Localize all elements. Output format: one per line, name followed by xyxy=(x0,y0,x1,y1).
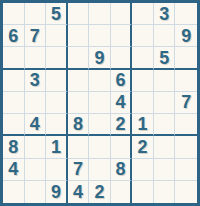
cell-r9c1[interactable] xyxy=(3,181,25,203)
cell-r3c6[interactable] xyxy=(111,47,133,69)
cell-r8c6[interactable]: 8 xyxy=(111,159,133,181)
cell-r5c6[interactable]: 4 xyxy=(111,92,133,114)
cell-r8c5[interactable] xyxy=(89,159,111,181)
cell-r1c7[interactable] xyxy=(132,3,154,25)
cell-r6c9[interactable] xyxy=(175,114,197,136)
cell-r2c6[interactable] xyxy=(111,25,133,47)
cell-r6c6[interactable]: 2 xyxy=(111,114,133,136)
cell-r2c2[interactable]: 7 xyxy=(25,25,47,47)
cell-r3c1[interactable] xyxy=(3,47,25,69)
cell-r3c5[interactable]: 9 xyxy=(89,47,111,69)
cell-r6c8[interactable] xyxy=(154,114,176,136)
cell-r4c2[interactable]: 3 xyxy=(25,70,47,92)
cell-r1c6[interactable] xyxy=(111,3,133,25)
cell-r8c3[interactable] xyxy=(46,159,68,181)
cell-r2c1[interactable]: 6 xyxy=(3,25,25,47)
cell-r4c3[interactable] xyxy=(46,70,68,92)
cell-r3c2[interactable] xyxy=(25,47,47,69)
cell-r9c3[interactable]: 9 xyxy=(46,181,68,203)
cell-r1c4[interactable] xyxy=(68,3,90,25)
cell-r8c1[interactable]: 4 xyxy=(3,159,25,181)
cell-r7c2[interactable] xyxy=(25,136,47,158)
cell-r9c4[interactable]: 4 xyxy=(68,181,90,203)
cell-r7c8[interactable] xyxy=(154,136,176,158)
cell-r5c4[interactable] xyxy=(68,92,90,114)
cell-r4c7[interactable] xyxy=(132,70,154,92)
cell-r9c9[interactable] xyxy=(175,181,197,203)
cell-r8c9[interactable] xyxy=(175,159,197,181)
cell-r3c4[interactable] xyxy=(68,47,90,69)
cell-r5c5[interactable] xyxy=(89,92,111,114)
cell-r1c3[interactable]: 5 xyxy=(46,3,68,25)
cell-r4c1[interactable] xyxy=(3,70,25,92)
cell-r7c6[interactable] xyxy=(111,136,133,158)
cell-r6c3[interactable] xyxy=(46,114,68,136)
cell-r7c4[interactable] xyxy=(68,136,90,158)
cell-r8c2[interactable] xyxy=(25,159,47,181)
cell-r3c3[interactable] xyxy=(46,47,68,69)
sudoku-board: 536799536474821812478942 xyxy=(0,0,200,206)
cell-r2c4[interactable] xyxy=(68,25,90,47)
cell-r1c9[interactable] xyxy=(175,3,197,25)
cell-r7c9[interactable] xyxy=(175,136,197,158)
cell-r1c1[interactable] xyxy=(3,3,25,25)
cell-r4c6[interactable]: 6 xyxy=(111,70,133,92)
cell-r7c5[interactable] xyxy=(89,136,111,158)
cell-r9c6[interactable] xyxy=(111,181,133,203)
cell-r3c8[interactable]: 5 xyxy=(154,47,176,69)
cell-r5c3[interactable] xyxy=(46,92,68,114)
cell-r9c8[interactable] xyxy=(154,181,176,203)
cell-r6c2[interactable]: 4 xyxy=(25,114,47,136)
cell-r9c7[interactable] xyxy=(132,181,154,203)
cell-r5c2[interactable] xyxy=(25,92,47,114)
cell-r1c8[interactable]: 3 xyxy=(154,3,176,25)
cell-r2c3[interactable] xyxy=(46,25,68,47)
cell-r7c1[interactable]: 8 xyxy=(3,136,25,158)
cell-r4c8[interactable] xyxy=(154,70,176,92)
cell-r1c2[interactable] xyxy=(25,3,47,25)
cell-r2c8[interactable] xyxy=(154,25,176,47)
cell-r6c5[interactable] xyxy=(89,114,111,136)
cell-r5c1[interactable] xyxy=(3,92,25,114)
cell-r8c8[interactable] xyxy=(154,159,176,181)
cell-r6c4[interactable]: 8 xyxy=(68,114,90,136)
cell-r8c4[interactable]: 7 xyxy=(68,159,90,181)
cell-r1c5[interactable] xyxy=(89,3,111,25)
cell-r2c5[interactable] xyxy=(89,25,111,47)
cell-r6c7[interactable]: 1 xyxy=(132,114,154,136)
cell-r2c9[interactable]: 9 xyxy=(175,25,197,47)
cell-r4c9[interactable] xyxy=(175,70,197,92)
cell-r3c7[interactable] xyxy=(132,47,154,69)
cell-r8c7[interactable] xyxy=(132,159,154,181)
cell-r9c2[interactable] xyxy=(25,181,47,203)
cell-r4c4[interactable] xyxy=(68,70,90,92)
cell-r4c5[interactable] xyxy=(89,70,111,92)
cell-r9c5[interactable]: 2 xyxy=(89,181,111,203)
cell-r2c7[interactable] xyxy=(132,25,154,47)
cell-r7c7[interactable]: 2 xyxy=(132,136,154,158)
cell-r5c9[interactable]: 7 xyxy=(175,92,197,114)
cell-r5c7[interactable] xyxy=(132,92,154,114)
cell-r7c3[interactable]: 1 xyxy=(46,136,68,158)
cell-r5c8[interactable] xyxy=(154,92,176,114)
cell-r3c9[interactable] xyxy=(175,47,197,69)
cell-r6c1[interactable] xyxy=(3,114,25,136)
